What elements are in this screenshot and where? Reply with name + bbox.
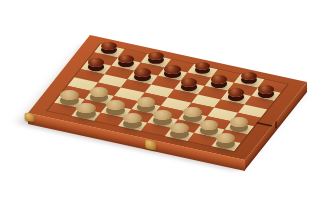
dark-checker-piece-r3c3[interactable] <box>134 68 151 77</box>
light-checker-piece-r6c8[interactable] <box>230 117 248 127</box>
light-checker-piece-r6c6[interactable] <box>183 107 201 117</box>
brass-latch-icon[interactable] <box>145 139 156 150</box>
dark-checker-piece-r3c7[interactable] <box>228 88 245 97</box>
dark-checker-piece-r3c1[interactable] <box>88 58 105 67</box>
light-checker-piece-r7c5[interactable] <box>153 110 172 120</box>
light-checker-piece-r7c3[interactable] <box>106 100 125 110</box>
light-checker-piece-r7c1[interactable] <box>60 90 79 100</box>
dark-checker-piece-r1c3[interactable] <box>148 52 164 60</box>
dark-checker-piece-r2c6[interactable] <box>211 75 227 83</box>
photo-stage <box>0 0 310 207</box>
fold-seam <box>256 122 272 127</box>
light-checker-piece-r6c2[interactable] <box>90 87 108 97</box>
dark-checker-piece-r2c8[interactable] <box>258 85 274 93</box>
dark-checker-piece-r2c4[interactable] <box>164 65 180 73</box>
light-checker-piece-r6c4[interactable] <box>137 97 155 107</box>
light-checker-piece-r8c2[interactable] <box>76 103 95 113</box>
